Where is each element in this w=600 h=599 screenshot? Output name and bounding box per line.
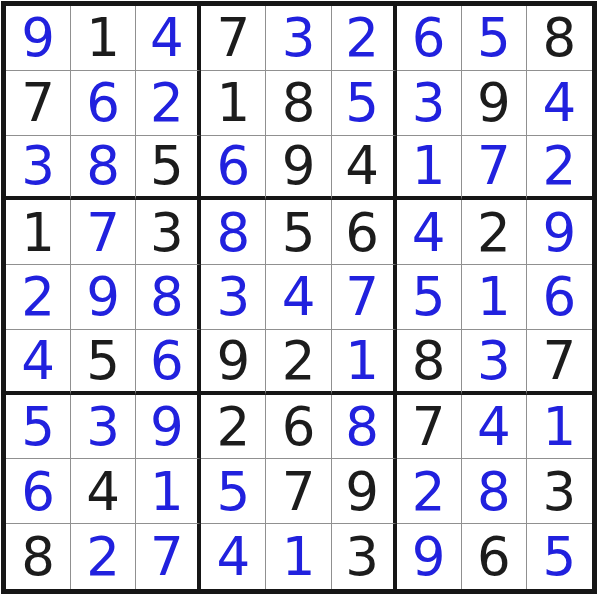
cell-r8c3[interactable]: 1 [136, 459, 201, 524]
cell-r8c4[interactable]: 5 [201, 459, 266, 524]
filled-digit: 8 [345, 400, 379, 453]
filled-digit: 3 [86, 400, 120, 453]
cell-r9c4[interactable]: 4 [201, 524, 266, 589]
filled-digit: 5 [21, 400, 55, 453]
filled-digit: 5 [412, 270, 446, 323]
cell-r7c7[interactable]: 7 [397, 395, 462, 460]
cell-r7c6[interactable]: 8 [332, 395, 397, 460]
given-digit: 2 [282, 334, 316, 387]
filled-digit: 2 [412, 465, 446, 518]
cell-r4c5[interactable]: 5 [266, 200, 331, 265]
given-digit: 6 [282, 400, 316, 453]
given-digit: 7 [543, 334, 577, 387]
cell-r2c6[interactable]: 5 [332, 71, 397, 136]
filled-digit: 6 [217, 139, 251, 192]
cell-r3c3[interactable]: 5 [136, 136, 201, 201]
cell-r3c5[interactable]: 9 [266, 136, 331, 201]
cell-r7c1[interactable]: 5 [6, 395, 71, 460]
cell-r6c6[interactable]: 1 [332, 330, 397, 395]
cell-r5c3[interactable]: 8 [136, 265, 201, 330]
cell-r7c3[interactable]: 9 [136, 395, 201, 460]
cell-r5c5[interactable]: 4 [266, 265, 331, 330]
filled-digit: 5 [477, 11, 511, 64]
filled-digit: 4 [150, 11, 184, 64]
given-digit: 2 [477, 206, 511, 259]
given-digit: 7 [217, 11, 251, 64]
cell-r9c8[interactable]: 6 [462, 524, 527, 589]
given-digit: 5 [282, 206, 316, 259]
filled-digit: 9 [21, 11, 55, 64]
given-digit: 3 [150, 206, 184, 259]
cell-r1c9[interactable]: 8 [527, 6, 592, 71]
cell-r8c6[interactable]: 9 [332, 459, 397, 524]
cell-r9c1[interactable]: 8 [6, 524, 71, 589]
cell-r1c5[interactable]: 3 [266, 6, 331, 71]
cell-r6c7[interactable]: 8 [397, 330, 462, 395]
cell-r5c2[interactable]: 9 [71, 265, 136, 330]
filled-digit: 9 [412, 530, 446, 583]
cell-r1c1[interactable]: 9 [6, 6, 71, 71]
cell-r2c3[interactable]: 2 [136, 71, 201, 136]
filled-digit: 7 [477, 139, 511, 192]
filled-digit: 1 [282, 530, 316, 583]
filled-digit: 1 [543, 400, 577, 453]
cell-r5c1[interactable]: 2 [6, 265, 71, 330]
filled-digit: 1 [345, 334, 379, 387]
given-digit: 8 [412, 334, 446, 387]
filled-digit: 9 [150, 400, 184, 453]
cell-r3c1[interactable]: 3 [6, 136, 71, 201]
cell-r4c8[interactable]: 2 [462, 200, 527, 265]
given-digit: 3 [345, 530, 379, 583]
filled-digit: 7 [86, 206, 120, 259]
filled-digit: 2 [345, 11, 379, 64]
given-digit: 3 [543, 465, 577, 518]
cell-r3c2[interactable]: 8 [71, 136, 136, 201]
given-digit: 9 [217, 334, 251, 387]
cell-r5c9[interactable]: 6 [527, 265, 592, 330]
filled-digit: 6 [412, 11, 446, 64]
given-digit: 8 [543, 11, 577, 64]
filled-digit: 6 [21, 465, 55, 518]
cell-r9c3[interactable]: 7 [136, 524, 201, 589]
filled-digit: 3 [282, 11, 316, 64]
cell-r4c7[interactable]: 4 [397, 200, 462, 265]
cell-r3c4[interactable]: 6 [201, 136, 266, 201]
cell-r5c6[interactable]: 7 [332, 265, 397, 330]
cell-r2c5[interactable]: 8 [266, 71, 331, 136]
given-digit: 5 [150, 139, 184, 192]
cell-r4c2[interactable]: 7 [71, 200, 136, 265]
filled-digit: 3 [217, 270, 251, 323]
filled-digit: 7 [150, 530, 184, 583]
filled-digit: 2 [21, 270, 55, 323]
given-digit: 7 [412, 400, 446, 453]
cell-r6c2[interactable]: 5 [71, 330, 136, 395]
cell-r8c5[interactable]: 7 [266, 459, 331, 524]
filled-digit: 1 [150, 465, 184, 518]
given-digit: 6 [477, 530, 511, 583]
cell-r2c9[interactable]: 4 [527, 71, 592, 136]
cell-r6c5[interactable]: 2 [266, 330, 331, 395]
cell-r1c3[interactable]: 4 [136, 6, 201, 71]
filled-digit: 5 [543, 530, 577, 583]
cell-r2c7[interactable]: 3 [397, 71, 462, 136]
filled-digit: 4 [412, 206, 446, 259]
cell-r7c4[interactable]: 2 [201, 395, 266, 460]
cell-r9c9[interactable]: 5 [527, 524, 592, 589]
filled-digit: 4 [21, 334, 55, 387]
cell-r3c8[interactable]: 7 [462, 136, 527, 201]
filled-digit: 4 [282, 270, 316, 323]
cell-r6c4[interactable]: 9 [201, 330, 266, 395]
filled-digit: 9 [543, 206, 577, 259]
filled-digit: 8 [150, 270, 184, 323]
cell-r2c4[interactable]: 1 [201, 71, 266, 136]
cell-r1c8[interactable]: 5 [462, 6, 527, 71]
given-digit: 6 [345, 206, 379, 259]
cell-r6c3[interactable]: 6 [136, 330, 201, 395]
cell-r4c3[interactable]: 3 [136, 200, 201, 265]
filled-digit: 9 [86, 270, 120, 323]
cell-r3c7[interactable]: 1 [397, 136, 462, 201]
filled-digit: 6 [86, 76, 120, 129]
filled-digit: 8 [217, 206, 251, 259]
given-digit: 4 [345, 139, 379, 192]
cell-r8c2[interactable]: 4 [71, 459, 136, 524]
given-digit: 7 [282, 465, 316, 518]
cell-r6c1[interactable]: 4 [6, 330, 71, 395]
filled-digit: 2 [150, 76, 184, 129]
cell-r8c7[interactable]: 2 [397, 459, 462, 524]
cell-r1c6[interactable]: 2 [332, 6, 397, 71]
filled-digit: 8 [477, 465, 511, 518]
given-digit: 1 [217, 76, 251, 129]
cell-r1c2[interactable]: 1 [71, 6, 136, 71]
cell-r3c9[interactable]: 2 [527, 136, 592, 201]
cell-r4c9[interactable]: 9 [527, 200, 592, 265]
given-digit: 1 [86, 11, 120, 64]
sudoku-board: 9147326587621853943856941721738564292983… [1, 1, 597, 594]
given-digit: 8 [21, 530, 55, 583]
cell-r9c7[interactable]: 9 [397, 524, 462, 589]
filled-digit: 5 [217, 465, 251, 518]
cell-r5c4[interactable]: 3 [201, 265, 266, 330]
cell-r1c7[interactable]: 6 [397, 6, 462, 71]
cell-r6c9[interactable]: 7 [527, 330, 592, 395]
filled-digit: 3 [21, 139, 55, 192]
cell-r8c8[interactable]: 8 [462, 459, 527, 524]
given-digit: 5 [86, 334, 120, 387]
cell-r9c5[interactable]: 1 [266, 524, 331, 589]
filled-digit: 1 [477, 270, 511, 323]
filled-digit: 1 [412, 139, 446, 192]
cell-r5c8[interactable]: 1 [462, 265, 527, 330]
cell-r9c2[interactable]: 2 [71, 524, 136, 589]
filled-digit: 4 [477, 400, 511, 453]
filled-digit: 6 [150, 334, 184, 387]
cell-r9c6[interactable]: 3 [332, 524, 397, 589]
cell-r1c4[interactable]: 7 [201, 6, 266, 71]
filled-digit: 6 [543, 270, 577, 323]
given-digit: 9 [282, 139, 316, 192]
filled-digit: 2 [543, 139, 577, 192]
cell-r8c1[interactable]: 6 [6, 459, 71, 524]
filled-digit: 4 [543, 76, 577, 129]
filled-digit: 3 [412, 76, 446, 129]
given-digit: 9 [477, 76, 511, 129]
cell-r7c2[interactable]: 3 [71, 395, 136, 460]
cell-r7c8[interactable]: 4 [462, 395, 527, 460]
cell-r2c8[interactable]: 9 [462, 71, 527, 136]
given-digit: 4 [86, 465, 120, 518]
cell-r8c9[interactable]: 3 [527, 459, 592, 524]
cell-r3c6[interactable]: 4 [332, 136, 397, 201]
filled-digit: 4 [217, 530, 251, 583]
cell-r7c5[interactable]: 6 [266, 395, 331, 460]
filled-digit: 5 [345, 76, 379, 129]
cell-r4c4[interactable]: 8 [201, 200, 266, 265]
filled-digit: 2 [86, 530, 120, 583]
given-digit: 7 [21, 76, 55, 129]
given-digit: 8 [282, 76, 316, 129]
cell-r2c2[interactable]: 6 [71, 71, 136, 136]
given-digit: 9 [345, 465, 379, 518]
cell-r4c6[interactable]: 6 [332, 200, 397, 265]
given-digit: 1 [21, 206, 55, 259]
cell-r2c1[interactable]: 7 [6, 71, 71, 136]
given-digit: 2 [217, 400, 251, 453]
cell-r6c8[interactable]: 3 [462, 330, 527, 395]
filled-digit: 8 [86, 139, 120, 192]
cell-r5c7[interactable]: 5 [397, 265, 462, 330]
cell-r4c1[interactable]: 1 [6, 200, 71, 265]
cell-r7c9[interactable]: 1 [527, 395, 592, 460]
filled-digit: 7 [345, 270, 379, 323]
filled-digit: 3 [477, 334, 511, 387]
